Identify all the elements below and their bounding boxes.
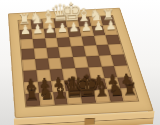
- piece-black-pawn: ♟: [52, 75, 65, 89]
- square-a5: [22, 59, 36, 71]
- piece-black-pawn: ♟: [79, 73, 92, 87]
- square-d4: [59, 47, 73, 58]
- chess-board: ♜♞♝♛♚♝♞♜♟♟♟♟♟♟♟♟♟♟♟♟♟♟♟♟♜♞♝♛♚♝♞♜: [18, 15, 140, 108]
- piece-black-pawn: ♟: [120, 71, 133, 85]
- square-a4: [21, 49, 35, 60]
- square-h6: [114, 65, 130, 77]
- square-a7: ♟: [24, 81, 39, 94]
- piece-white-rook: ♜: [101, 8, 114, 23]
- square-h8: ♜: [121, 88, 138, 101]
- square-a3: [20, 39, 33, 50]
- piece-black-pawn: ♟: [92, 73, 105, 87]
- square-e5: [73, 56, 88, 67]
- square-g3: [93, 35, 108, 46]
- square-e6: [75, 67, 91, 79]
- perspective-wrapper: ♜♞♝♛♚♝♞♜♟♟♟♟♟♟♟♟♟♟♟♟♟♟♟♟♜♞♝♛♚♝♞♜: [0, 0, 160, 125]
- piece-black-pawn: ♟: [65, 74, 78, 88]
- square-a6: [23, 70, 37, 82]
- piece-black-rook: ♜: [122, 81, 137, 98]
- box-clasp: [84, 118, 94, 125]
- piece-black-pawn: ♟: [38, 76, 51, 90]
- square-c6: [49, 69, 64, 81]
- chess-set-product-photo: ♜♞♝♛♚♝♞♜♟♟♟♟♟♟♟♟♟♟♟♟♟♟♟♟♜♞♝♛♚♝♞♜: [0, 0, 160, 125]
- piece-black-pawn: ♟: [106, 72, 119, 86]
- square-d5: [60, 57, 75, 69]
- square-h3: [106, 34, 121, 45]
- chess-box: ♜♞♝♛♚♝♞♜♟♟♟♟♟♟♟♟♟♟♟♟♟♟♟♟♜♞♝♛♚♝♞♜: [8, 8, 154, 119]
- square-h7: ♟: [117, 76, 134, 89]
- box-lid-top: ♜♞♝♛♚♝♞♜♟♟♟♟♟♟♟♟♟♟♟♟♟♟♟♟♜♞♝♛♚♝♞♜: [8, 8, 154, 119]
- square-h4: [108, 44, 124, 55]
- piece-black-pawn: ♟: [25, 76, 38, 90]
- square-a8: ♜: [25, 93, 40, 106]
- square-f4: [83, 45, 98, 56]
- square-h5: [111, 54, 127, 65]
- square-b5: [35, 58, 49, 70]
